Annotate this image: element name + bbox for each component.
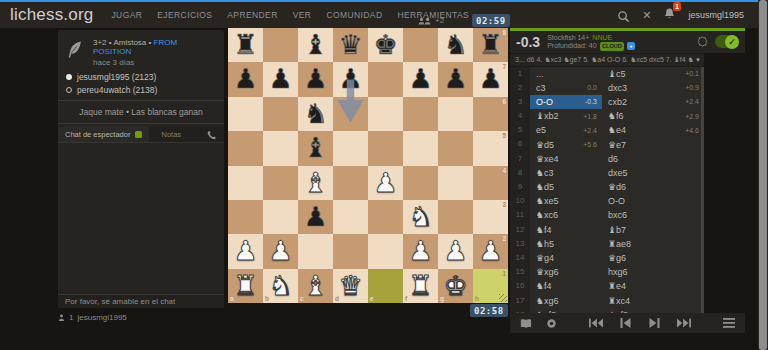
move-san: ♜ae8 xyxy=(608,239,631,249)
move-row-7: 7♛xe4d6 xyxy=(510,152,704,166)
move-row-10: 10♞xe5O-O xyxy=(510,194,704,208)
square-f8[interactable] xyxy=(403,28,438,62)
move-white-12[interactable]: ♞f4 xyxy=(530,223,602,237)
white-pawn-b2[interactable]: ♟ xyxy=(263,234,298,268)
nav-item-ejercicios[interactable]: EJERCICIOS xyxy=(157,10,212,20)
move-san: O-O xyxy=(608,196,625,206)
white-pawn-a2[interactable]: ♟ xyxy=(228,234,263,268)
move-number: 4 xyxy=(510,109,530,123)
move-black-18[interactable]: ♚xf8 xyxy=(602,308,704,313)
move-row-18: 18♞xf8♚xf8 xyxy=(510,308,704,313)
variation-line[interactable]: 3... d6 4. ♞xc3 ♞ge7 5. ♞a4 O-O 6. ♞xc5 … xyxy=(515,56,693,64)
square-h4[interactable]: 4 xyxy=(473,166,508,200)
move-black-9[interactable]: ♛d6 xyxy=(602,180,704,194)
depth-label: Profundidad: 40 xyxy=(547,42,596,50)
chat-input[interactable]: Por favor, sé amable en el chat xyxy=(58,294,224,308)
move-san: O-O xyxy=(536,97,553,107)
white-pawn-f2[interactable]: ♟ xyxy=(403,234,438,268)
move-number: 11 xyxy=(510,208,530,222)
lichess-logo[interactable]: lichess.org xyxy=(10,5,93,25)
coord-rank-6: 6 xyxy=(502,98,506,105)
square-c8[interactable]: ♝ xyxy=(298,28,333,62)
move-san: ♛g4 xyxy=(536,253,554,263)
move-number: 1 xyxy=(510,67,530,81)
move-white-10[interactable]: ♞xe5 xyxy=(530,194,602,208)
move-row-11: 11♞xc6bxc6 xyxy=(510,208,704,222)
square-h7[interactable]: 7♟ xyxy=(473,62,508,96)
move-row-13: 13♞h5♜ae8 xyxy=(510,237,704,251)
white-pawn-h2[interactable]: ♟ xyxy=(473,234,508,268)
cloud-badge: CLOUD xyxy=(600,42,625,51)
person-icon xyxy=(58,314,65,321)
spectator-count: 1 xyxy=(69,313,73,322)
move-white-16[interactable]: ♞f4 xyxy=(530,279,602,293)
move-san: c3 xyxy=(536,83,546,93)
square-a5[interactable] xyxy=(228,131,263,165)
game-meta-text: 3+2 • Amistosa • xyxy=(93,38,154,47)
black-knight-g8[interactable]: ♞ xyxy=(438,28,473,62)
move-san: ♝c5 xyxy=(608,69,626,79)
coord-file-h: h xyxy=(475,295,479,302)
plus-icon[interactable]: + xyxy=(627,42,635,50)
move-san: ♚xf8 xyxy=(608,310,628,313)
analysis-panel: -0.3 Stockfish 14+NNUE Profundidad: 40CL… xyxy=(510,28,745,333)
move-number: 14 xyxy=(510,251,530,265)
move-row-8: 8♞c3dxe5 xyxy=(510,166,704,180)
move-san: ♞xe5 xyxy=(536,196,559,206)
move-san: ... xyxy=(536,69,544,79)
move-row-16: 16♞f4♜e4 xyxy=(510,279,704,293)
square-f4[interactable] xyxy=(403,166,438,200)
square-b5[interactable] xyxy=(263,131,298,165)
move-white-7[interactable]: ♛xe4 xyxy=(530,152,602,166)
square-f6[interactable] xyxy=(403,97,438,131)
move-san: ♛xg6 xyxy=(536,267,559,277)
move-white-18[interactable]: ♞xf8 xyxy=(530,308,602,313)
square-h8[interactable]: 8♜ xyxy=(473,28,508,62)
move-white-17[interactable]: ♞xg6 xyxy=(530,294,602,308)
square-h5[interactable]: 5 xyxy=(473,131,508,165)
move-black-11[interactable]: bxc6 xyxy=(602,208,704,222)
white-bishop-c4[interactable]: ♝ xyxy=(298,166,333,200)
coord-rank-1: 1 xyxy=(502,270,506,277)
square-g4[interactable] xyxy=(438,166,473,200)
gear-circle-icon[interactable] xyxy=(546,318,557,329)
move-number: 10 xyxy=(510,194,530,208)
next-move-button[interactable] xyxy=(649,318,660,328)
browser-scrollbar-thumb[interactable] xyxy=(759,0,767,350)
move-number: 5 xyxy=(510,123,530,137)
move-white-14[interactable]: ♛g4 xyxy=(530,251,602,265)
move-number: 6 xyxy=(510,137,530,151)
move-number: 7 xyxy=(510,152,530,166)
move-eval: -0.3 xyxy=(585,98,602,105)
square-g8[interactable]: ♞ xyxy=(438,28,473,62)
square-a2[interactable]: ♟ xyxy=(228,234,263,268)
square-d4[interactable] xyxy=(333,166,368,200)
spectator-list[interactable]: 1 jesusmgl1995 xyxy=(58,313,127,322)
black-pawn-a7[interactable]: ♟ xyxy=(228,62,263,96)
navbar: lichess.org JUGAREJERCICIOSAPRENDERVERCO… xyxy=(0,2,768,28)
move-black-3[interactable]: cxb2+2.4 xyxy=(602,95,704,109)
toggle-knob: ✓ xyxy=(725,35,739,49)
move-row-14: 14♛g4♛g6 xyxy=(510,251,704,265)
close-icon[interactable]: ✕ xyxy=(642,9,651,22)
move-san: ♜xc4 xyxy=(608,296,630,306)
move-san: ♜e4 xyxy=(608,281,626,291)
black-pawn-c3[interactable]: ♟ xyxy=(298,200,333,234)
chat-tabs: Chat de espectador Notas xyxy=(58,127,224,143)
square-g3[interactable] xyxy=(438,200,473,234)
square-e6[interactable] xyxy=(368,97,403,131)
white-king-g1[interactable]: ♚ xyxy=(438,269,473,303)
square-d5[interactable] xyxy=(333,131,368,165)
last-move-button[interactable] xyxy=(677,318,691,328)
gear-icon[interactable] xyxy=(697,36,708,47)
white-player-name[interactable]: jesusmgl1995 (2123) xyxy=(77,72,156,82)
move-white-4[interactable]: ♝xb2+1.8 xyxy=(530,109,602,123)
black-pawn-f7[interactable]: ♟ xyxy=(403,62,438,96)
square-c3[interactable]: ♟ xyxy=(298,200,333,234)
move-san: e5 xyxy=(536,125,546,135)
square-e8[interactable]: ♚ xyxy=(368,28,403,62)
move-san: ♞f4 xyxy=(536,225,552,235)
move-number: 13 xyxy=(510,237,530,251)
move-san: ♞e4 xyxy=(608,125,626,135)
analysis-header: -0.3 Stockfish 14+NNUE Profundidad: 40CL… xyxy=(510,31,745,53)
black-pawn-d7[interactable]: ♟ xyxy=(333,62,368,96)
move-row-15: 15♛xg6hxg6 xyxy=(510,265,704,279)
move-row-6: 6♛d5+5.6♛e7 xyxy=(510,137,704,151)
white-knight-b1[interactable]: ♞ xyxy=(263,269,298,303)
menu-icon[interactable] xyxy=(723,318,735,328)
watchers-icon xyxy=(418,17,432,25)
square-b3[interactable] xyxy=(263,200,298,234)
black-player-row[interactable]: pereu4uwatch (2138) xyxy=(58,83,224,96)
white-pawn-g2[interactable]: ♟ xyxy=(438,234,473,268)
move-white-6[interactable]: ♛d5+5.6 xyxy=(530,137,602,151)
move-list-scrollbar[interactable] xyxy=(701,67,704,313)
nav-item-ver[interactable]: VER xyxy=(293,10,312,20)
move-row-9: 9♞d5♛d6 xyxy=(510,180,704,194)
square-d1[interactable]: d♛ xyxy=(333,269,368,303)
move-number: 8 xyxy=(510,166,530,180)
chevron-down-icon[interactable]: ▼ xyxy=(693,57,701,63)
game-result: Jaque mate • Las blancas ganan xyxy=(58,100,224,123)
move-white-2[interactable]: c30.0 xyxy=(530,81,602,95)
board-area: ♜♝♛♚♞8♜♟♟♟♟♟♟7♟♞6♝5♝♟4♟♞3♟♟♟♟2♟a♜b♞c♝d♛e… xyxy=(228,28,508,303)
eval-value: -0.3 xyxy=(516,34,540,50)
move-white-13[interactable]: ♞h5 xyxy=(530,237,602,251)
white-rook-f1[interactable]: ♜ xyxy=(403,269,438,303)
move-black-8[interactable]: dxe5 xyxy=(602,166,704,180)
move-black-7[interactable]: d6 xyxy=(602,152,704,166)
move-san: dxc3 xyxy=(608,83,627,93)
watchers-badge: +2 xyxy=(418,16,444,25)
move-rows: 1...♝c5+0.12c30.0dxc3+0.93O-O-0.3cxb2+2.… xyxy=(510,67,704,313)
move-number: 9 xyxy=(510,180,530,194)
white-bishop-c1[interactable]: ♝ xyxy=(298,269,333,303)
chat-messages xyxy=(58,143,224,294)
move-row-4: 4♝xb2+1.8♞f6+2.9 xyxy=(510,109,704,123)
move-row-17: 17♞xg6♜xc4 xyxy=(510,294,704,308)
square-e7[interactable] xyxy=(368,62,403,96)
move-black-14[interactable]: ♛g6 xyxy=(602,251,704,265)
move-number: 16 xyxy=(510,279,530,293)
square-b4[interactable] xyxy=(263,166,298,200)
square-g5[interactable] xyxy=(438,131,473,165)
move-black-12[interactable]: ♝b7 xyxy=(602,223,704,237)
move-san: ♛d5 xyxy=(536,140,554,150)
black-player-icon xyxy=(66,87,72,93)
move-eval: 0.0 xyxy=(587,84,602,91)
move-san: ♞c3 xyxy=(536,168,554,178)
move-row-12: 12♞f4♝b7 xyxy=(510,223,704,237)
white-player-icon xyxy=(66,74,72,80)
black-queen-d8[interactable]: ♛ xyxy=(333,28,368,62)
move-list: 1...♝c5+0.12c30.0dxc3+0.93O-O-0.3cxb2+2.… xyxy=(510,66,704,313)
move-san: d6 xyxy=(608,154,618,164)
square-g1[interactable]: g♚ xyxy=(438,269,473,303)
square-c4[interactable]: ♝ xyxy=(298,166,333,200)
square-e3[interactable] xyxy=(368,200,403,234)
square-h6[interactable]: 6 xyxy=(473,97,508,131)
move-san: ♞f6 xyxy=(608,111,624,121)
move-number: 12 xyxy=(510,223,530,237)
casual-feather-icon xyxy=(66,38,86,67)
move-black-13[interactable]: ♜ae8 xyxy=(602,237,704,251)
square-d8[interactable]: ♛ xyxy=(333,28,368,62)
engine-toggle[interactable]: ✓ xyxy=(715,35,739,48)
nav-item-comunidad[interactable]: COMUNIDAD xyxy=(326,10,382,20)
square-h2[interactable]: 2♟ xyxy=(473,234,508,268)
black-pawn-g7[interactable]: ♟ xyxy=(438,62,473,96)
username-menu[interactable]: jesusmgl1995 xyxy=(688,10,744,20)
square-d6[interactable] xyxy=(333,97,368,131)
black-knight-c6[interactable]: ♞ xyxy=(298,97,333,131)
square-f7[interactable]: ♟ xyxy=(403,62,438,96)
move-white-8[interactable]: ♞c3 xyxy=(530,166,602,180)
move-white-1[interactable]: ... xyxy=(530,67,602,81)
square-a4[interactable] xyxy=(228,166,263,200)
square-d2[interactable] xyxy=(333,234,368,268)
move-san: ♛xe4 xyxy=(536,154,559,164)
move-row-3: 3O-O-0.3cxb2+2.4 xyxy=(510,95,704,109)
move-white-3[interactable]: O-O-0.3 xyxy=(530,95,602,109)
square-e5[interactable] xyxy=(368,131,403,165)
move-navigation xyxy=(571,318,709,328)
move-eval: +5.6 xyxy=(583,141,602,148)
square-c7[interactable]: ♟ xyxy=(298,62,333,96)
square-g7[interactable]: ♟ xyxy=(438,62,473,96)
square-b8[interactable] xyxy=(263,28,298,62)
opening-book-icon[interactable] xyxy=(520,318,532,329)
chat-enabled-toggle[interactable] xyxy=(135,131,142,138)
black-pawn-h7[interactable]: ♟ xyxy=(473,62,508,96)
move-eval: +1.8 xyxy=(583,113,602,120)
move-black-1[interactable]: ♝c5+0.1 xyxy=(602,67,704,81)
move-black-5[interactable]: ♞e4+4.6 xyxy=(602,123,704,137)
black-player-name[interactable]: pereu4uwatch (2138) xyxy=(77,85,157,95)
move-row-1: 1...♝c5+0.1 xyxy=(510,67,704,81)
move-san: ♛d6 xyxy=(608,182,626,192)
tab-spectator-chat[interactable]: Chat de espectador xyxy=(58,127,149,142)
black-clock: 02:59 xyxy=(472,14,510,27)
coord-rank-3: 3 xyxy=(502,201,506,208)
move-san: ♞d5 xyxy=(536,182,554,192)
square-a1[interactable]: a♜ xyxy=(228,269,263,303)
move-san: ♞xc6 xyxy=(536,210,558,220)
black-bishop-c5[interactable]: ♝ xyxy=(298,131,333,165)
black-rook-h8[interactable]: ♜ xyxy=(473,28,508,62)
watchers-count: +2 xyxy=(435,16,444,25)
chat-tab-label: Chat de espectador xyxy=(65,130,130,139)
engine-info: Stockfish 14+NNUE Profundidad: 40CLOUD+ xyxy=(547,33,635,51)
white-player-row[interactable]: jesusmgl1995 (2123) xyxy=(58,70,224,83)
game-meta: 3+2 • Amistosa • FROM POSITION hace 3 dí… xyxy=(93,38,216,67)
engine-nnue-tag: NNUE xyxy=(592,34,612,42)
move-san: hxg6 xyxy=(608,267,628,277)
move-black-2[interactable]: dxc3+0.9 xyxy=(602,81,704,95)
square-h3[interactable]: 3 xyxy=(473,200,508,234)
analysis-controls xyxy=(510,313,745,333)
move-row-5: 5e5+2.4♞e4+4.6 xyxy=(510,123,704,137)
navbar-right: ✕ 1 jesusmgl1995 xyxy=(617,6,758,24)
game-date[interactable]: hace 3 días xyxy=(93,58,216,67)
move-black-17[interactable]: ♜xc4 xyxy=(602,294,704,308)
chat-panel: Chat de espectador Notas Por favor, sé a… xyxy=(58,127,224,308)
move-san: dxe5 xyxy=(608,168,628,178)
square-c6[interactable]: ♞ xyxy=(298,97,333,131)
move-number: 3 xyxy=(510,95,530,109)
white-clock: 02:58 xyxy=(470,304,508,317)
notifications[interactable]: 1 xyxy=(663,6,676,24)
move-black-6[interactable]: ♛e7 xyxy=(602,137,704,151)
notification-badge: 1 xyxy=(673,2,682,11)
nav-menu: JUGAREJERCICIOSAPRENDERVERCOMUNIDADHERRA… xyxy=(111,10,469,20)
move-white-9[interactable]: ♞d5 xyxy=(530,180,602,194)
move-san: ♝xb2 xyxy=(536,111,559,121)
square-f1[interactable]: f♜ xyxy=(403,269,438,303)
square-b2[interactable]: ♟ xyxy=(263,234,298,268)
square-e2[interactable] xyxy=(368,234,403,268)
square-b6[interactable] xyxy=(263,97,298,131)
square-e4[interactable]: ♟ xyxy=(368,166,403,200)
black-pawn-c7[interactable]: ♟ xyxy=(298,62,333,96)
phone-icon[interactable] xyxy=(207,126,224,144)
move-eval: +2.4 xyxy=(583,127,602,134)
variation-row[interactable]: 3... d6 4. ♞xc3 ♞ge7 5. ♞a4 O-O 6. ♞xc5 … xyxy=(510,53,704,66)
square-b7[interactable]: ♟ xyxy=(263,62,298,96)
move-white-11[interactable]: ♞xc6 xyxy=(530,208,602,222)
first-move-button[interactable] xyxy=(589,318,603,328)
square-b1[interactable]: b♞ xyxy=(263,269,298,303)
move-number: 17 xyxy=(510,294,530,308)
move-black-10[interactable]: O-O xyxy=(602,194,704,208)
engine-name: Stockfish 14+ xyxy=(547,34,589,42)
square-e1[interactable]: e xyxy=(368,269,403,303)
black-rook-a8[interactable]: ♜ xyxy=(228,28,263,62)
move-black-15[interactable]: hxg6 xyxy=(602,265,704,279)
move-san: ♛e7 xyxy=(608,140,626,150)
move-black-16[interactable]: ♜e4 xyxy=(602,279,704,293)
square-f5[interactable] xyxy=(403,131,438,165)
prev-move-button[interactable] xyxy=(620,318,631,328)
move-black-4[interactable]: ♞f6+2.9 xyxy=(602,109,704,123)
move-san: ♞h5 xyxy=(536,239,554,249)
black-king-e8[interactable]: ♚ xyxy=(368,28,403,62)
coord-file-e: e xyxy=(370,295,374,302)
square-f2[interactable]: ♟ xyxy=(403,234,438,268)
board-resize-handle[interactable] xyxy=(499,294,507,302)
black-pawn-b7[interactable]: ♟ xyxy=(263,62,298,96)
move-san: ♞xg6 xyxy=(536,296,559,306)
move-row-2: 2c30.0dxc3+0.9 xyxy=(510,81,704,95)
square-f3[interactable]: ♞ xyxy=(403,200,438,234)
move-san: bxc6 xyxy=(608,210,627,220)
move-white-15[interactable]: ♛xg6 xyxy=(530,265,602,279)
square-a7[interactable]: ♟ xyxy=(228,62,263,96)
tab-notes[interactable]: Notas xyxy=(149,130,193,139)
move-san: ♞xf8 xyxy=(536,310,556,313)
square-g2[interactable]: ♟ xyxy=(438,234,473,268)
square-a3[interactable] xyxy=(228,200,263,234)
white-queen-d1[interactable]: ♛ xyxy=(333,269,368,303)
white-rook-a1[interactable]: ♜ xyxy=(228,269,263,303)
move-number: 15 xyxy=(510,265,530,279)
square-d7[interactable]: ♟ xyxy=(333,62,368,96)
nav-item-aprender[interactable]: APRENDER xyxy=(227,10,277,20)
square-c5[interactable]: ♝ xyxy=(298,131,333,165)
spectator-name[interactable]: jesusmgl1995 xyxy=(77,313,126,322)
move-white-5[interactable]: e5+2.4 xyxy=(530,123,602,137)
black-bishop-c8[interactable]: ♝ xyxy=(298,28,333,62)
white-knight-f3[interactable]: ♞ xyxy=(403,200,438,234)
square-d3[interactable] xyxy=(333,200,368,234)
square-a8[interactable]: ♜ xyxy=(228,28,263,62)
move-san: ♝b7 xyxy=(608,225,626,235)
move-number: 2 xyxy=(510,81,530,95)
move-san: ♞f4 xyxy=(536,281,552,291)
coord-rank-5: 5 xyxy=(502,132,506,139)
nav-item-jugar[interactable]: JUGAR xyxy=(111,10,142,20)
square-c1[interactable]: c♝ xyxy=(298,269,333,303)
white-pawn-e4[interactable]: ♟ xyxy=(368,166,403,200)
square-a6[interactable] xyxy=(228,97,263,131)
square-g6[interactable] xyxy=(438,97,473,131)
move-number: 18 xyxy=(510,308,530,313)
square-c2[interactable] xyxy=(298,234,333,268)
chess-board: ♜♝♛♚♞8♜♟♟♟♟♟♟7♟♞6♝5♝♟4♟♞3♟♟♟♟2♟a♜b♞c♝d♛e… xyxy=(228,28,508,303)
search-icon[interactable] xyxy=(617,9,630,22)
move-san: cxb2 xyxy=(608,97,627,107)
coord-rank-4: 4 xyxy=(502,167,506,174)
move-san: ♛g6 xyxy=(608,253,626,263)
